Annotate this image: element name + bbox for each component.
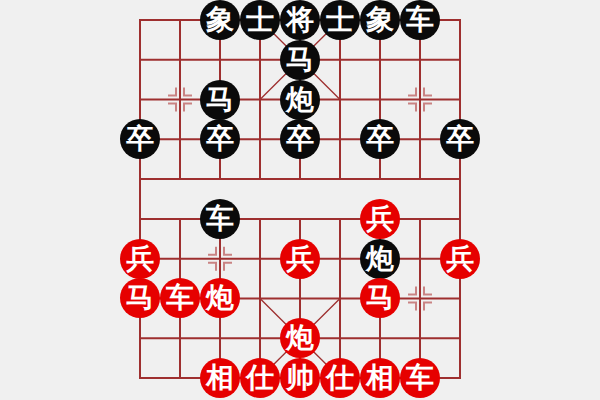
board-point[interactable]: 马	[200, 80, 240, 120]
red-cannon[interactable]: 炮	[280, 318, 320, 358]
board-point[interactable]: 炮	[200, 278, 240, 318]
black-soldier[interactable]: 卒	[280, 119, 320, 159]
board-point[interactable]	[200, 318, 240, 358]
board-point[interactable]: 炮	[280, 318, 320, 358]
board-point[interactable]	[400, 159, 440, 199]
board-grid: 象士将士象车马马炮卒卒卒卒卒车兵兵兵炮兵马车炮马炮相仕帅仕相车	[120, 0, 480, 398]
black-advisor[interactable]: 士	[320, 0, 360, 40]
board-point[interactable]	[320, 80, 360, 120]
black-cannon[interactable]: 炮	[280, 80, 320, 120]
board-point[interactable]: 仕	[320, 358, 360, 398]
black-chariot[interactable]: 车	[200, 199, 240, 239]
board-point[interactable]	[240, 239, 280, 279]
black-chariot[interactable]: 车	[400, 0, 440, 40]
red-advisor[interactable]: 仕	[320, 358, 360, 398]
board-point[interactable]: 士	[320, 0, 360, 40]
board-point[interactable]	[160, 239, 200, 279]
xiangqi-board: 象士将士象车马马炮卒卒卒卒卒车兵兵兵炮兵马车炮马炮相仕帅仕相车	[0, 0, 600, 400]
board-point[interactable]: 卒	[280, 119, 320, 159]
board-point[interactable]	[120, 40, 160, 80]
red-soldier[interactable]: 兵	[120, 239, 160, 279]
board-point[interactable]	[280, 199, 320, 239]
red-horse[interactable]: 马	[120, 278, 160, 318]
board-point[interactable]	[120, 199, 160, 239]
board-point[interactable]	[240, 318, 280, 358]
board-point[interactable]	[280, 159, 320, 199]
board-point[interactable]	[240, 119, 280, 159]
red-soldier[interactable]: 兵	[440, 239, 480, 279]
board-point[interactable]	[160, 318, 200, 358]
board-point[interactable]: 兵	[120, 239, 160, 279]
board-point[interactable]: 士	[240, 0, 280, 40]
board-point[interactable]	[120, 0, 160, 40]
board-point[interactable]	[240, 199, 280, 239]
board-point[interactable]	[320, 159, 360, 199]
red-horse[interactable]: 马	[360, 278, 400, 318]
black-soldier[interactable]: 卒	[120, 119, 160, 159]
black-advisor[interactable]: 士	[240, 0, 280, 40]
red-soldier[interactable]: 兵	[280, 239, 320, 279]
board-point[interactable]: 卒	[120, 119, 160, 159]
red-elephant[interactable]: 相	[360, 358, 400, 398]
board-point[interactable]	[400, 318, 440, 358]
red-chariot[interactable]: 车	[400, 358, 440, 398]
black-general[interactable]: 将	[280, 0, 320, 40]
board-point[interactable]	[160, 40, 200, 80]
black-soldier[interactable]: 卒	[200, 119, 240, 159]
black-horse[interactable]: 马	[200, 80, 240, 120]
board-point[interactable]	[160, 159, 200, 199]
black-soldier[interactable]: 卒	[360, 119, 400, 159]
board-point[interactable]	[320, 40, 360, 80]
red-advisor[interactable]: 仕	[240, 358, 280, 398]
board-point[interactable]	[360, 40, 400, 80]
red-elephant[interactable]: 相	[200, 358, 240, 398]
board-point[interactable]: 兵	[360, 199, 400, 239]
red-cannon[interactable]: 炮	[200, 278, 240, 318]
board-point[interactable]: 炮	[280, 80, 320, 120]
board-point[interactable]: 车	[400, 0, 440, 40]
board-point[interactable]	[400, 119, 440, 159]
black-horse[interactable]: 马	[280, 40, 320, 80]
black-cannon[interactable]: 炮	[360, 239, 400, 279]
board-point[interactable]	[440, 80, 480, 120]
board-point[interactable]	[440, 278, 480, 318]
board-point[interactable]	[440, 40, 480, 80]
board-point[interactable]: 马	[360, 278, 400, 318]
board-point[interactable]	[440, 0, 480, 40]
board-point[interactable]: 卒	[440, 119, 480, 159]
board-point[interactable]: 炮	[360, 239, 400, 279]
board-point[interactable]	[160, 80, 200, 120]
board-point[interactable]	[240, 40, 280, 80]
board-point[interactable]	[280, 278, 320, 318]
board-point[interactable]: 马	[120, 278, 160, 318]
board-point[interactable]	[240, 278, 280, 318]
board-point[interactable]	[400, 199, 440, 239]
board-point[interactable]	[320, 199, 360, 239]
board-point[interactable]	[120, 80, 160, 120]
board-point[interactable]: 帅	[280, 358, 320, 398]
board-point[interactable]: 相	[200, 358, 240, 398]
board-point[interactable]	[400, 239, 440, 279]
board-point[interactable]: 兵	[440, 239, 480, 279]
board-point[interactable]	[360, 318, 400, 358]
board-point[interactable]: 仕	[240, 358, 280, 398]
board-point[interactable]	[120, 159, 160, 199]
board-point[interactable]	[240, 80, 280, 120]
board-point[interactable]: 卒	[360, 119, 400, 159]
board-point[interactable]	[440, 199, 480, 239]
board-point[interactable]	[160, 358, 200, 398]
black-elephant[interactable]: 象	[200, 0, 240, 40]
red-soldier[interactable]: 兵	[360, 199, 400, 239]
board-point[interactable]	[120, 318, 160, 358]
board-point[interactable]	[400, 278, 440, 318]
board-point[interactable]	[320, 119, 360, 159]
board-point[interactable]	[200, 239, 240, 279]
board-point[interactable]: 象	[200, 0, 240, 40]
board-point[interactable]	[440, 358, 480, 398]
board-point[interactable]	[400, 80, 440, 120]
board-point[interactable]	[160, 119, 200, 159]
board-point[interactable]	[160, 199, 200, 239]
board-point[interactable]: 兵	[280, 239, 320, 279]
black-soldier[interactable]: 卒	[440, 119, 480, 159]
board-point[interactable]	[160, 0, 200, 40]
board-point[interactable]	[320, 318, 360, 358]
board-point[interactable]	[120, 358, 160, 398]
board-point[interactable]	[320, 278, 360, 318]
board-point[interactable]	[360, 80, 400, 120]
black-elephant[interactable]: 象	[360, 0, 400, 40]
board-point[interactable]: 卒	[200, 119, 240, 159]
board-point[interactable]	[240, 159, 280, 199]
board-point[interactable]	[320, 239, 360, 279]
board-point[interactable]	[400, 40, 440, 80]
board-point[interactable]: 车	[400, 358, 440, 398]
board-point[interactable]: 马	[280, 40, 320, 80]
board-point[interactable]: 将	[280, 0, 320, 40]
board-point[interactable]	[200, 159, 240, 199]
board-point[interactable]	[360, 159, 400, 199]
board-point[interactable]: 车	[200, 199, 240, 239]
red-general[interactable]: 帅	[280, 358, 320, 398]
board-point[interactable]: 车	[160, 278, 200, 318]
board-point[interactable]	[440, 159, 480, 199]
board-point[interactable]	[200, 40, 240, 80]
board-point[interactable]: 象	[360, 0, 400, 40]
red-chariot[interactable]: 车	[160, 278, 200, 318]
board-point[interactable]	[440, 318, 480, 358]
board-point[interactable]: 相	[360, 358, 400, 398]
